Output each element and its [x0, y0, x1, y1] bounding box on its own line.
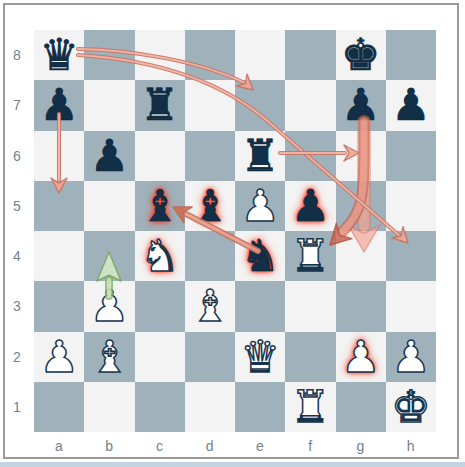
- square-e1[interactable]: [235, 382, 285, 432]
- square-b7[interactable]: [84, 80, 134, 130]
- bottom-strip: [0, 462, 465, 467]
- square-f6[interactable]: [285, 131, 335, 181]
- piece-white-pawn-a2[interactable]: ♟: [39, 332, 78, 382]
- square-f1[interactable]: ♜: [285, 382, 335, 432]
- square-d1[interactable]: [185, 382, 235, 432]
- square-b3[interactable]: ♟: [84, 281, 134, 331]
- piece-white-rook-f1[interactable]: ♜: [291, 382, 330, 432]
- square-g8[interactable]: ♚: [336, 30, 386, 80]
- file-label-c: c: [135, 433, 185, 459]
- square-a3[interactable]: [34, 281, 84, 331]
- square-b4[interactable]: [84, 231, 134, 281]
- square-h2[interactable]: ♟: [386, 332, 436, 382]
- piece-black-pawn-a7[interactable]: ♟: [39, 80, 78, 130]
- piece-black-queen-a8[interactable]: ♛: [39, 30, 78, 80]
- piece-white-pawn-g2[interactable]: ♟: [341, 332, 380, 382]
- square-a2[interactable]: ♟: [34, 332, 84, 382]
- square-g6[interactable]: [336, 131, 386, 181]
- square-c6[interactable]: [135, 131, 185, 181]
- square-a8[interactable]: ♛: [34, 30, 84, 80]
- square-e5[interactable]: ♟: [235, 181, 285, 231]
- square-c7[interactable]: ♜: [135, 80, 185, 130]
- square-e7[interactable]: [235, 80, 285, 130]
- square-h6[interactable]: [386, 131, 436, 181]
- square-g7[interactable]: ♟: [336, 80, 386, 130]
- rank-label-8: 8: [8, 30, 26, 80]
- square-b6[interactable]: ♟: [84, 131, 134, 181]
- square-c1[interactable]: [135, 382, 185, 432]
- piece-black-pawn-g7[interactable]: ♟: [341, 80, 380, 130]
- square-f5[interactable]: ♟: [285, 181, 335, 231]
- piece-white-pawn-b3[interactable]: ♟: [90, 281, 129, 331]
- piece-black-pawn-h7[interactable]: ♟: [391, 80, 430, 130]
- square-g2[interactable]: ♟: [336, 332, 386, 382]
- square-d7[interactable]: [185, 80, 235, 130]
- square-c2[interactable]: [135, 332, 185, 382]
- file-label-d: d: [185, 433, 235, 459]
- file-label-h: h: [386, 433, 436, 459]
- square-f4[interactable]: ♜: [285, 231, 335, 281]
- square-h3[interactable]: [386, 281, 436, 331]
- piece-white-king-h1[interactable]: ♚: [391, 382, 430, 432]
- square-b2[interactable]: ♝: [84, 332, 134, 382]
- square-g4[interactable]: [336, 231, 386, 281]
- square-f3[interactable]: [285, 281, 335, 331]
- rank-label-3: 3: [8, 281, 26, 331]
- square-d5[interactable]: ♝: [185, 181, 235, 231]
- square-e4[interactable]: ♞: [235, 231, 285, 281]
- square-e6[interactable]: ♜: [235, 131, 285, 181]
- square-f7[interactable]: [285, 80, 335, 130]
- piece-white-pawn-e5[interactable]: ♟: [240, 181, 279, 231]
- file-label-f: f: [285, 433, 335, 459]
- piece-white-knight-c4[interactable]: ♞: [140, 231, 179, 281]
- square-d4[interactable]: [185, 231, 235, 281]
- rank-label-4: 4: [8, 231, 26, 281]
- file-label-b: b: [84, 433, 134, 459]
- rank-label-5: 5: [8, 181, 26, 231]
- square-a7[interactable]: ♟: [34, 80, 84, 130]
- square-g3[interactable]: [336, 281, 386, 331]
- square-f2[interactable]: [285, 332, 335, 382]
- square-d6[interactable]: [185, 131, 235, 181]
- square-a1[interactable]: [34, 382, 84, 432]
- square-h1[interactable]: ♚: [386, 382, 436, 432]
- rank-label-1: 1: [8, 382, 26, 432]
- file-label-a: a: [34, 433, 84, 459]
- square-c4[interactable]: ♞: [135, 231, 185, 281]
- square-e8[interactable]: [235, 30, 285, 80]
- rank-label-6: 6: [8, 131, 26, 181]
- file-label-e: e: [235, 433, 285, 459]
- square-a6[interactable]: [34, 131, 84, 181]
- square-c3[interactable]: [135, 281, 185, 331]
- piece-black-king-g8[interactable]: ♚: [341, 30, 380, 80]
- square-b5[interactable]: [84, 181, 134, 231]
- square-b8[interactable]: [84, 30, 134, 80]
- piece-black-knight-e4[interactable]: ♞: [240, 231, 279, 281]
- square-a4[interactable]: [34, 231, 84, 281]
- page: ♛♚♟♜♟♟♟♜♝♝♟♟♞♞♜♟♝♟♝♛♟♟♜♚ 87654321 abcdef…: [0, 0, 465, 467]
- piece-black-bishop-c5[interactable]: ♝: [140, 181, 179, 231]
- square-g1[interactable]: [336, 382, 386, 432]
- piece-black-pawn-f5[interactable]: ♟: [291, 181, 330, 231]
- square-c8[interactable]: [135, 30, 185, 80]
- square-d2[interactable]: [185, 332, 235, 382]
- square-d8[interactable]: [185, 30, 235, 80]
- square-h5[interactable]: [386, 181, 436, 231]
- piece-white-queen-e2[interactable]: ♛: [240, 332, 279, 382]
- piece-black-rook-e6[interactable]: ♜: [240, 131, 279, 181]
- square-h4[interactable]: [386, 231, 436, 281]
- file-label-g: g: [336, 433, 386, 459]
- piece-white-rook-f4[interactable]: ♜: [291, 231, 330, 281]
- piece-white-pawn-h2[interactable]: ♟: [391, 332, 430, 382]
- square-h8[interactable]: [386, 30, 436, 80]
- rank-label-2: 2: [8, 332, 26, 382]
- square-e3[interactable]: [235, 281, 285, 331]
- square-c5[interactable]: ♝: [135, 181, 185, 231]
- board-frame: ♛♚♟♜♟♟♟♜♝♝♟♟♞♞♜♟♝♟♝♛♟♟♜♚ 87654321 abcdef…: [3, 3, 459, 459]
- rank-label-7: 7: [8, 80, 26, 130]
- piece-white-bishop-b2[interactable]: ♝: [90, 332, 129, 382]
- piece-black-rook-c7[interactable]: ♜: [140, 80, 179, 130]
- square-e2[interactable]: ♛: [235, 332, 285, 382]
- square-h7[interactable]: ♟: [386, 80, 436, 130]
- square-g5[interactable]: [336, 181, 386, 231]
- square-f8[interactable]: [285, 30, 335, 80]
- square-b1[interactable]: [84, 382, 134, 432]
- square-a5[interactable]: [34, 181, 84, 231]
- piece-black-pawn-b6[interactable]: ♟: [90, 131, 129, 181]
- chess-board: ♛♚♟♜♟♟♟♜♝♝♟♟♞♞♜♟♝♟♝♛♟♟♜♚: [34, 30, 436, 432]
- piece-black-bishop-d5[interactable]: ♝: [190, 181, 229, 231]
- piece-white-bishop-d3[interactable]: ♝: [190, 281, 229, 331]
- square-d3[interactable]: ♝: [185, 281, 235, 331]
